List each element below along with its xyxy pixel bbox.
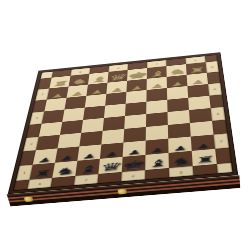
square-c1: ♝: [75, 159, 100, 176]
square-f2: ♟: [145, 139, 168, 155]
piece-black-rook: ♜: [194, 154, 215, 165]
square-c2: ♟: [77, 145, 101, 161]
square-f4: [146, 112, 168, 127]
piece-black-pawn: ♟: [196, 143, 211, 151]
square-f5: [146, 100, 167, 114]
piece-black-bishop: ♝: [76, 163, 101, 175]
square-g1: ♞: [169, 151, 193, 168]
square-h4: [189, 108, 212, 123]
coord-label: a: [30, 179, 50, 188]
coord-cell: a: [27, 178, 52, 189]
coord-cell: [97, 172, 121, 183]
coord-cell: [145, 168, 169, 179]
piece-black-pawn: ♟: [150, 147, 165, 154]
piece-black-rook: ♜: [31, 168, 54, 179]
coord-label: 6: [209, 84, 220, 94]
coord-label: g: [171, 167, 191, 176]
chess-board: bdfh♜♞♝♛♚♝♞♜87♟♟♟♟♟♟♟♟6543♟♟♟♟♟♟♟♟21♜♞♝♛…: [8, 52, 239, 194]
coord-label: c: [76, 175, 96, 184]
square-h5: [188, 96, 210, 110]
coord-cell: [215, 148, 231, 164]
coord-label: 3: [25, 138, 38, 150]
coord-cell: 2: [214, 133, 229, 149]
square-a3: [36, 135, 60, 151]
square-b4: [60, 120, 83, 135]
piece-black-knight: ♞: [53, 165, 78, 177]
square-a1: ♜: [29, 163, 55, 180]
coord-cell: e: [121, 170, 145, 181]
coord-cell: 1: [16, 165, 33, 181]
coord-cell: g: [169, 166, 193, 177]
square-e3: [123, 127, 146, 143]
piece-black-pawn: ♟: [59, 155, 75, 162]
piece-black-pawn: ♟: [127, 149, 142, 156]
square-e1: ♚: [122, 155, 146, 172]
square-d3: [101, 129, 124, 145]
piece-black-pawn: ♟: [173, 145, 188, 153]
coord-label: 4: [212, 108, 224, 119]
square-f1: ♝: [145, 153, 169, 170]
coord-label: e: [124, 171, 143, 180]
square-b1: ♞: [52, 161, 77, 178]
clasp-icon: [117, 189, 127, 195]
piece-black-pawn: ♟: [37, 156, 53, 163]
square-b2: ♟: [55, 146, 79, 162]
coord-label: 2: [215, 135, 227, 147]
coord-label: 8: [207, 62, 217, 71]
square-g5: [167, 98, 189, 112]
coord-cell: [51, 176, 76, 187]
product-photo: bdfh♜♞♝♛♚♝♞♜87♟♟♟♟♟♟♟♟6543♟♟♟♟♟♟♟♟21♜♞♝♛…: [0, 0, 250, 250]
square-e5: [125, 102, 146, 116]
board-grid: bdfh♜♞♝♛♚♝♞♜87♟♟♟♟♟♟♟♟6543♟♟♟♟♟♟♟♟21♜♞♝♛…: [14, 55, 232, 190]
square-h1: ♜: [192, 149, 217, 166]
scene: bdfh♜♞♝♛♚♝♞♜87♟♟♟♟♟♟♟♟6543♟♟♟♟♟♟♟♟21♜♞♝♛…: [0, 0, 250, 250]
coord-label: 1: [18, 166, 31, 179]
square-g2: ♟: [168, 137, 192, 153]
square-e4: [124, 114, 146, 129]
piece-black-king: ♚: [121, 158, 148, 171]
coord-cell: [209, 95, 223, 108]
coord-cell: c: [74, 174, 98, 185]
square-a2: ♟: [33, 148, 58, 164]
coord-cell: [212, 120, 227, 135]
square-d4: [103, 116, 125, 131]
square-b3: [58, 133, 82, 149]
piece-black-queen: ♛: [98, 160, 125, 173]
piece-black-pawn: ♟: [104, 151, 120, 158]
square-h2: ♟: [191, 135, 215, 151]
coord-cell: [20, 150, 36, 165]
coord-cell: [14, 180, 30, 190]
square-g4: [168, 110, 190, 125]
hinge-icon: [24, 196, 34, 202]
square-e2: ♟: [123, 141, 146, 157]
piece-black-bishop: ♝: [146, 157, 170, 169]
square-a4: [39, 122, 62, 137]
square-h3: [190, 121, 214, 137]
square-d1: ♛: [98, 157, 122, 174]
coord-cell: 3: [23, 137, 39, 152]
coord-cell: [193, 164, 218, 175]
square-g3: [168, 123, 191, 139]
piece-black-pawn: ♟: [82, 153, 98, 160]
board-frame: bdfh♜♞♝♛♚♝♞♜87♟♟♟♟♟♟♟♟6543♟♟♟♟♟♟♟♟21♜♞♝♛…: [8, 52, 239, 194]
coord-cell: [217, 163, 233, 174]
square-d2: ♟: [100, 143, 124, 159]
piece-black-knight: ♞: [169, 155, 193, 167]
square-c3: [79, 131, 102, 147]
coord-cell: 4: [211, 107, 226, 121]
square-c4: [81, 118, 104, 133]
square-f3: [146, 125, 168, 141]
